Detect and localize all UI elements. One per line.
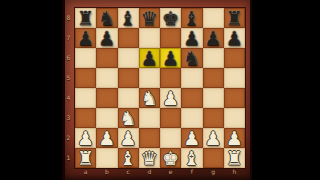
square-g1[interactable] <box>203 148 224 168</box>
black-pawn: ♟ <box>162 48 179 68</box>
square-b4[interactable] <box>96 88 117 108</box>
file-label-b: b <box>96 167 117 178</box>
square-f4[interactable] <box>181 88 202 108</box>
rank-label-2: 2 <box>63 128 74 148</box>
square-c6[interactable] <box>118 48 139 68</box>
file-label-d: d <box>139 167 160 178</box>
square-a3[interactable] <box>75 108 96 128</box>
square-e6[interactable]: ♟ <box>160 48 181 68</box>
square-e4[interactable]: ♟ <box>160 88 181 108</box>
letterbox-right <box>252 0 320 180</box>
rank-label-1: 1 <box>63 148 74 168</box>
black-king: ♚ <box>162 8 179 28</box>
square-a2[interactable]: ♟ <box>75 128 96 148</box>
square-d1[interactable]: ♛ <box>139 148 160 168</box>
file-labels: abcdefgh <box>75 167 245 178</box>
white-pawn: ♟ <box>77 128 94 148</box>
square-h4[interactable] <box>224 88 245 108</box>
black-rook: ♜ <box>77 8 94 28</box>
file-label-h: h <box>224 167 245 178</box>
square-g6[interactable] <box>203 48 224 68</box>
square-e3[interactable] <box>160 108 181 128</box>
white-knight: ♞ <box>120 108 137 128</box>
black-bishop: ♝ <box>120 8 137 28</box>
square-h8[interactable]: ♜ <box>224 8 245 28</box>
square-g5[interactable] <box>203 68 224 88</box>
rank-label-3: 3 <box>63 108 74 128</box>
rank-label-7: 7 <box>63 28 74 48</box>
square-f7[interactable]: ♟ <box>181 28 202 48</box>
white-pawn: ♟ <box>98 128 115 148</box>
square-b1[interactable] <box>96 148 117 168</box>
black-pawn: ♟ <box>77 28 94 48</box>
square-a8[interactable]: ♜ <box>75 8 96 28</box>
square-f8[interactable]: ♝ <box>181 8 202 28</box>
square-f6[interactable]: ♞ <box>181 48 202 68</box>
rank-labels: 87654321 <box>63 8 74 168</box>
board: ♜♞♝♛♚♝♜♟♟♟♟♟♟♟♞♞♟♞♟♟♟♟♟♟♜♝♛♚♝♜ <box>75 8 245 168</box>
square-e5[interactable] <box>160 68 181 88</box>
square-d4[interactable]: ♞ <box>139 88 160 108</box>
black-pawn: ♟ <box>98 28 115 48</box>
square-d5[interactable] <box>139 68 160 88</box>
black-knight: ♞ <box>98 8 115 28</box>
square-a5[interactable] <box>75 68 96 88</box>
white-king: ♚ <box>162 148 179 168</box>
black-pawn: ♟ <box>183 28 200 48</box>
square-f2[interactable]: ♟ <box>181 128 202 148</box>
square-d6[interactable]: ♟ <box>139 48 160 68</box>
rank-label-8: 8 <box>63 8 74 28</box>
square-h7[interactable]: ♟ <box>224 28 245 48</box>
square-h2[interactable]: ♟ <box>224 128 245 148</box>
square-e1[interactable]: ♚ <box>160 148 181 168</box>
square-c4[interactable] <box>118 88 139 108</box>
white-pawn: ♟ <box>120 128 137 148</box>
square-b5[interactable] <box>96 68 117 88</box>
rank-label-5: 5 <box>63 68 74 88</box>
white-rook: ♜ <box>226 148 243 168</box>
square-c7[interactable] <box>118 28 139 48</box>
square-c8[interactable]: ♝ <box>118 8 139 28</box>
square-g3[interactable] <box>203 108 224 128</box>
white-pawn: ♟ <box>183 128 200 148</box>
square-d8[interactable]: ♛ <box>139 8 160 28</box>
white-rook: ♜ <box>77 148 94 168</box>
square-c2[interactable]: ♟ <box>118 128 139 148</box>
rank-label-4: 4 <box>63 88 74 108</box>
black-pawn: ♟ <box>205 28 222 48</box>
square-g2[interactable]: ♟ <box>203 128 224 148</box>
square-b8[interactable]: ♞ <box>96 8 117 28</box>
square-c3[interactable]: ♞ <box>118 108 139 128</box>
square-g4[interactable] <box>203 88 224 108</box>
black-queen: ♛ <box>141 8 158 28</box>
white-pawn: ♟ <box>226 128 243 148</box>
rank-label-6: 6 <box>63 48 74 68</box>
file-label-e: e <box>160 167 181 178</box>
black-pawn: ♟ <box>226 28 243 48</box>
square-h6[interactable] <box>224 48 245 68</box>
square-e8[interactable]: ♚ <box>160 8 181 28</box>
square-b3[interactable] <box>96 108 117 128</box>
black-rook: ♜ <box>226 8 243 28</box>
square-a6[interactable] <box>75 48 96 68</box>
square-c1[interactable]: ♝ <box>118 148 139 168</box>
square-g8[interactable] <box>203 8 224 28</box>
square-e2[interactable] <box>160 128 181 148</box>
square-b6[interactable] <box>96 48 117 68</box>
white-bishop: ♝ <box>183 148 200 168</box>
square-b2[interactable]: ♟ <box>96 128 117 148</box>
square-h3[interactable] <box>224 108 245 128</box>
square-a7[interactable]: ♟ <box>75 28 96 48</box>
letterbox-left <box>0 0 62 180</box>
square-f3[interactable] <box>181 108 202 128</box>
square-b7[interactable]: ♟ <box>96 28 117 48</box>
white-knight: ♞ <box>141 88 158 108</box>
square-e7[interactable] <box>160 28 181 48</box>
file-label-c: c <box>118 167 139 178</box>
file-label-a: a <box>75 167 96 178</box>
file-label-f: f <box>181 167 202 178</box>
square-c5[interactable] <box>118 68 139 88</box>
square-a4[interactable] <box>75 88 96 108</box>
white-pawn: ♟ <box>162 88 179 108</box>
white-bishop: ♝ <box>120 148 137 168</box>
white-queen: ♛ <box>141 148 158 168</box>
square-f5[interactable] <box>181 68 202 88</box>
file-label-g: g <box>203 167 224 178</box>
square-h5[interactable] <box>224 68 245 88</box>
black-bishop: ♝ <box>183 8 200 28</box>
white-pawn: ♟ <box>205 128 222 148</box>
square-d3[interactable] <box>139 108 160 128</box>
square-a1[interactable]: ♜ <box>75 148 96 168</box>
square-h1[interactable]: ♜ <box>224 148 245 168</box>
square-d7[interactable] <box>139 28 160 48</box>
square-f1[interactable]: ♝ <box>181 148 202 168</box>
black-pawn: ♟ <box>141 48 158 68</box>
square-g7[interactable]: ♟ <box>203 28 224 48</box>
square-d2[interactable] <box>139 128 160 148</box>
black-knight: ♞ <box>183 48 200 68</box>
